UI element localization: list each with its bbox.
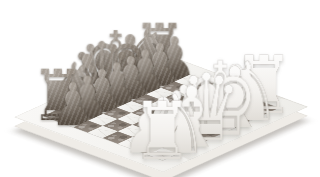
chess-board: ♜♞♝♛♚♝♞♜♟♟♟♟♟♟♟♟♟♟♟♟♟♟♟♟♜♞♝♛♚♝♞♜ <box>14 52 308 173</box>
white-rook-icon: ♜ <box>111 92 213 172</box>
chess-set-product-photo[interactable]: ♜♞♝♛♚♝♞♜♟♟♟♟♟♟♟♟♟♟♟♟♟♟♟♟♜♞♝♛♚♝♞♜ <box>0 0 320 177</box>
square-a1: ♜ <box>148 148 177 160</box>
